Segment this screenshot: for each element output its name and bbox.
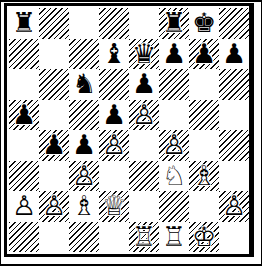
square-b4[interactable]: ♟ [39,130,69,161]
black-pawn: ♟ [12,100,36,130]
square-e7[interactable]: ♛ [129,39,159,70]
black-pawn: ♟ [72,130,96,160]
square-d3[interactable] [99,161,129,192]
square-c5[interactable] [69,100,99,131]
black-pawn: ♟ [132,69,156,99]
chess-board: ♜♜♚♝♛♟♟♟♞♟♟♟♙♟♟♙♙♙♘♗♙♙♗♕♙♖♖♔ [9,8,249,252]
white-rook: ♖ [132,222,156,252]
square-e5[interactable]: ♙ [129,100,159,131]
square-h5[interactable] [219,100,249,131]
square-g8[interactable]: ♚ [189,8,219,39]
black-pawn: ♟ [192,39,216,69]
black-bishop: ♝ [102,39,126,69]
black-queen: ♛ [132,39,156,69]
square-e1[interactable]: ♖ [129,222,159,253]
square-a6[interactable] [9,69,39,100]
square-e8[interactable] [129,8,159,39]
square-d4[interactable]: ♙ [99,130,129,161]
black-pawn: ♟ [222,39,246,69]
square-a4[interactable] [9,130,39,161]
black-rook: ♜ [12,8,36,38]
black-king: ♚ [192,8,216,38]
white-queen: ♕ [102,191,126,221]
board-frame: ♜♜♚♝♛♟♟♟♞♟♟♟♙♟♟♙♙♙♘♗♙♙♗♕♙♖♖♔ [4,3,254,257]
square-d1[interactable] [99,222,129,253]
white-pawn: ♙ [162,130,186,160]
square-c3[interactable]: ♙ [69,161,99,192]
square-g3[interactable]: ♗ [189,161,219,192]
square-e2[interactable] [129,191,159,222]
square-c8[interactable] [69,8,99,39]
square-d7[interactable]: ♝ [99,39,129,70]
white-king: ♔ [192,222,216,252]
square-c7[interactable] [69,39,99,70]
black-pawn: ♟ [102,100,126,130]
square-b1[interactable] [39,222,69,253]
square-f1[interactable]: ♖ [159,222,189,253]
white-pawn: ♙ [42,191,66,221]
white-pawn: ♙ [12,191,36,221]
square-e6[interactable]: ♟ [129,69,159,100]
square-b8[interactable] [39,8,69,39]
square-a1[interactable] [9,222,39,253]
square-e4[interactable] [129,130,159,161]
square-h3[interactable] [219,161,249,192]
black-pawn: ♟ [162,39,186,69]
black-knight: ♞ [72,69,96,99]
square-d8[interactable] [99,8,129,39]
white-knight: ♘ [162,161,186,191]
square-f3[interactable]: ♘ [159,161,189,192]
white-bishop: ♗ [72,191,96,221]
square-f2[interactable] [159,191,189,222]
white-bishop: ♗ [192,161,216,191]
square-f6[interactable] [159,69,189,100]
square-b5[interactable] [39,100,69,131]
square-a5[interactable]: ♟ [9,100,39,131]
square-h7[interactable]: ♟ [219,39,249,70]
square-c1[interactable] [69,222,99,253]
white-pawn: ♙ [222,191,246,221]
square-f4[interactable]: ♙ [159,130,189,161]
square-f7[interactable]: ♟ [159,39,189,70]
white-pawn: ♙ [132,100,156,130]
square-h6[interactable] [219,69,249,100]
square-b7[interactable] [39,39,69,70]
square-g2[interactable] [189,191,219,222]
square-f5[interactable] [159,100,189,131]
square-e3[interactable] [129,161,159,192]
square-d2[interactable]: ♕ [99,191,129,222]
square-c4[interactable]: ♟ [69,130,99,161]
square-g5[interactable] [189,100,219,131]
white-pawn: ♙ [102,130,126,160]
square-b6[interactable] [39,69,69,100]
square-b2[interactable]: ♙ [39,191,69,222]
black-rook: ♜ [162,8,186,38]
square-a2[interactable]: ♙ [9,191,39,222]
black-pawn: ♟ [42,130,66,160]
square-a3[interactable] [9,161,39,192]
square-h4[interactable] [219,130,249,161]
square-a8[interactable]: ♜ [9,8,39,39]
square-b3[interactable] [39,161,69,192]
square-g7[interactable]: ♟ [189,39,219,70]
chess-diagram-page: { "game": "chess", "diagram_style": "pri… [0,0,262,266]
square-g6[interactable] [189,69,219,100]
square-f8[interactable]: ♜ [159,8,189,39]
white-rook: ♖ [162,222,186,252]
square-c2[interactable]: ♗ [69,191,99,222]
square-d5[interactable]: ♟ [99,100,129,131]
square-h1[interactable] [219,222,249,253]
square-h2[interactable]: ♙ [219,191,249,222]
square-h8[interactable] [219,8,249,39]
square-g1[interactable]: ♔ [189,222,219,253]
square-g4[interactable] [189,130,219,161]
square-d6[interactable] [99,69,129,100]
square-a7[interactable] [9,39,39,70]
white-pawn: ♙ [72,161,96,191]
square-c6[interactable]: ♞ [69,69,99,100]
